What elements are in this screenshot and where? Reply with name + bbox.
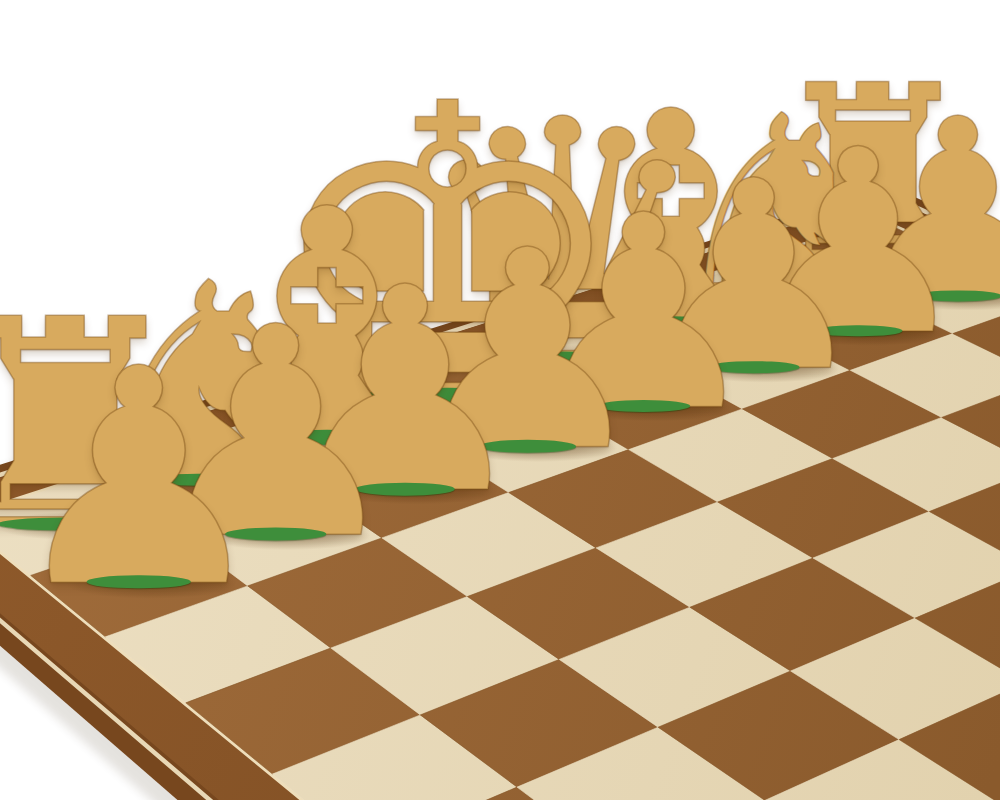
- chess-set-photo: ♜♞♟♝♟♛♟♚♟♝♟♞♟♜♟♟: [0, 0, 1000, 800]
- chess-board: [0, 0, 1000, 800]
